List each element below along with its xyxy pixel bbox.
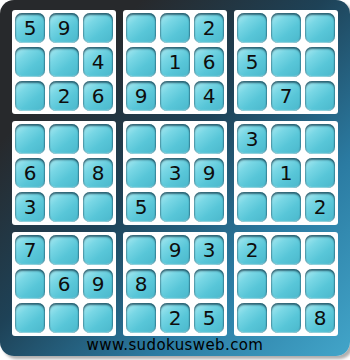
given-digit: 9 bbox=[203, 163, 216, 183]
cell-r1c4[interactable] bbox=[126, 13, 156, 43]
cell-r1c8[interactable] bbox=[271, 13, 301, 43]
cell-r9c5[interactable]: 2 bbox=[160, 303, 190, 333]
cell-r2c7[interactable]: 5 bbox=[237, 47, 267, 77]
cell-r4c2[interactable] bbox=[49, 124, 79, 154]
cell-r9c3[interactable] bbox=[83, 303, 113, 333]
cell-r3c3[interactable]: 6 bbox=[83, 81, 113, 111]
given-digit: 2 bbox=[58, 86, 71, 106]
cell-r4c4[interactable] bbox=[126, 124, 156, 154]
given-digit: 2 bbox=[169, 308, 182, 328]
cell-r2c9[interactable] bbox=[305, 47, 335, 77]
cell-r8c2[interactable]: 6 bbox=[49, 269, 79, 299]
cell-r4c3[interactable] bbox=[83, 124, 113, 154]
cell-r3c7[interactable] bbox=[237, 81, 267, 111]
block-1-1: 59426 bbox=[12, 10, 116, 114]
given-digit: 1 bbox=[169, 52, 182, 72]
given-digit: 9 bbox=[58, 18, 71, 38]
given-digit: 3 bbox=[203, 240, 216, 260]
cell-r1c9[interactable] bbox=[305, 13, 335, 43]
cell-r6c2[interactable] bbox=[49, 192, 79, 222]
cell-r8c7[interactable] bbox=[237, 269, 267, 299]
cell-r3c9[interactable] bbox=[305, 81, 335, 111]
given-digit: 5 bbox=[135, 197, 148, 217]
given-digit: 7 bbox=[24, 240, 37, 260]
cell-r5c5[interactable]: 3 bbox=[160, 158, 190, 188]
cell-r8c8[interactable] bbox=[271, 269, 301, 299]
cell-r5c8[interactable]: 1 bbox=[271, 158, 301, 188]
cell-r6c1[interactable]: 3 bbox=[15, 192, 45, 222]
cell-r6c9[interactable]: 2 bbox=[305, 192, 335, 222]
cell-r5c1[interactable]: 6 bbox=[15, 158, 45, 188]
cell-r2c3[interactable]: 4 bbox=[83, 47, 113, 77]
given-digit: 8 bbox=[135, 274, 148, 294]
block-3-3: 28 bbox=[234, 232, 338, 336]
given-digit: 6 bbox=[24, 163, 37, 183]
given-digit: 3 bbox=[169, 163, 182, 183]
given-digit: 1 bbox=[280, 163, 293, 183]
cell-r9c2[interactable] bbox=[49, 303, 79, 333]
given-digit: 8 bbox=[92, 163, 105, 183]
cell-r2c1[interactable] bbox=[15, 47, 45, 77]
cell-r4c5[interactable] bbox=[160, 124, 190, 154]
cell-r2c2[interactable] bbox=[49, 47, 79, 77]
cell-r4c1[interactable] bbox=[15, 124, 45, 154]
cell-r5c2[interactable] bbox=[49, 158, 79, 188]
cell-r7c8[interactable] bbox=[271, 235, 301, 265]
cell-r8c4[interactable]: 8 bbox=[126, 269, 156, 299]
cell-r5c3[interactable]: 8 bbox=[83, 158, 113, 188]
block-2-1: 683 bbox=[12, 121, 116, 225]
cell-r6c4[interactable]: 5 bbox=[126, 192, 156, 222]
cell-r5c6[interactable]: 9 bbox=[194, 158, 224, 188]
given-digit: 5 bbox=[24, 18, 37, 38]
cell-r4c9[interactable] bbox=[305, 124, 335, 154]
cell-r1c5[interactable] bbox=[160, 13, 190, 43]
cell-r6c7[interactable] bbox=[237, 192, 267, 222]
cell-r3c5[interactable] bbox=[160, 81, 190, 111]
sudoku-widget: 5942621694576833953127699382528 www.sudo… bbox=[0, 0, 350, 360]
block-2-2: 395 bbox=[123, 121, 227, 225]
cell-r3c2[interactable]: 2 bbox=[49, 81, 79, 111]
cell-r2c6[interactable]: 6 bbox=[194, 47, 224, 77]
given-digit: 9 bbox=[135, 86, 148, 106]
cell-r9c1[interactable] bbox=[15, 303, 45, 333]
block-1-2: 21694 bbox=[123, 10, 227, 114]
cell-r8c9[interactable] bbox=[305, 269, 335, 299]
cell-r4c8[interactable] bbox=[271, 124, 301, 154]
cell-r5c7[interactable] bbox=[237, 158, 267, 188]
cell-r1c6[interactable]: 2 bbox=[194, 13, 224, 43]
site-caption: www.sudokusweb.com bbox=[87, 336, 264, 354]
given-digit: 4 bbox=[203, 86, 216, 106]
given-digit: 9 bbox=[92, 274, 105, 294]
cell-r9c6[interactable]: 5 bbox=[194, 303, 224, 333]
cell-r6c3[interactable] bbox=[83, 192, 113, 222]
given-digit: 3 bbox=[246, 129, 259, 149]
cell-r3c1[interactable] bbox=[15, 81, 45, 111]
footer-band: www.sudokusweb.com bbox=[0, 334, 350, 356]
cell-r8c1[interactable] bbox=[15, 269, 45, 299]
cell-r7c5[interactable]: 9 bbox=[160, 235, 190, 265]
block-3-1: 769 bbox=[12, 232, 116, 336]
cell-r9c8[interactable] bbox=[271, 303, 301, 333]
cell-r6c5[interactable] bbox=[160, 192, 190, 222]
given-digit: 6 bbox=[203, 52, 216, 72]
block-1-3: 57 bbox=[234, 10, 338, 114]
cell-r9c4[interactable] bbox=[126, 303, 156, 333]
given-digit: 3 bbox=[24, 197, 37, 217]
cell-r8c5[interactable] bbox=[160, 269, 190, 299]
cell-r7c7[interactable]: 2 bbox=[237, 235, 267, 265]
cell-r5c4[interactable] bbox=[126, 158, 156, 188]
given-digit: 5 bbox=[246, 52, 259, 72]
given-digit: 4 bbox=[92, 52, 105, 72]
cell-r1c7[interactable] bbox=[237, 13, 267, 43]
cell-r2c8[interactable] bbox=[271, 47, 301, 77]
cell-r7c1[interactable]: 7 bbox=[15, 235, 45, 265]
cell-r2c5[interactable]: 1 bbox=[160, 47, 190, 77]
given-digit: 9 bbox=[169, 240, 182, 260]
sudoku-board: 5942621694576833953127699382528 bbox=[12, 10, 338, 336]
cell-r6c6[interactable] bbox=[194, 192, 224, 222]
block-2-3: 312 bbox=[234, 121, 338, 225]
given-digit: 8 bbox=[314, 308, 327, 328]
cell-r2c4[interactable] bbox=[126, 47, 156, 77]
cell-r9c7[interactable] bbox=[237, 303, 267, 333]
cell-r7c9[interactable] bbox=[305, 235, 335, 265]
cell-r3c4[interactable]: 9 bbox=[126, 81, 156, 111]
cell-r8c3[interactable]: 9 bbox=[83, 269, 113, 299]
given-digit: 2 bbox=[203, 18, 216, 38]
given-digit: 5 bbox=[203, 308, 216, 328]
block-3-2: 93825 bbox=[123, 232, 227, 336]
cell-r7c3[interactable] bbox=[83, 235, 113, 265]
cell-r9c9[interactable]: 8 bbox=[305, 303, 335, 333]
cell-r4c6[interactable] bbox=[194, 124, 224, 154]
cell-r7c6[interactable]: 3 bbox=[194, 235, 224, 265]
given-digit: 2 bbox=[246, 240, 259, 260]
cell-r4c7[interactable]: 3 bbox=[237, 124, 267, 154]
cell-r3c6[interactable]: 4 bbox=[194, 81, 224, 111]
board-frame: 5942621694576833953127699382528 www.sudo… bbox=[0, 0, 350, 356]
cell-r8c6[interactable] bbox=[194, 269, 224, 299]
cell-r7c2[interactable] bbox=[49, 235, 79, 265]
cell-r1c2[interactable]: 9 bbox=[49, 13, 79, 43]
cell-r1c3[interactable] bbox=[83, 13, 113, 43]
cell-r1c1[interactable]: 5 bbox=[15, 13, 45, 43]
given-digit: 7 bbox=[280, 86, 293, 106]
cell-r6c8[interactable] bbox=[271, 192, 301, 222]
cell-r5c9[interactable] bbox=[305, 158, 335, 188]
given-digit: 2 bbox=[314, 197, 327, 217]
cell-r7c4[interactable] bbox=[126, 235, 156, 265]
cell-r3c8[interactable]: 7 bbox=[271, 81, 301, 111]
given-digit: 6 bbox=[92, 86, 105, 106]
given-digit: 6 bbox=[58, 274, 71, 294]
